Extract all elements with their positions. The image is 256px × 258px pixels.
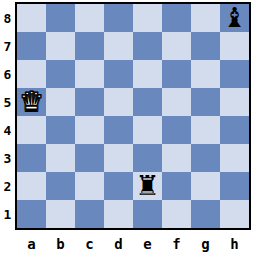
square-c2[interactable]	[75, 172, 104, 200]
square-h2[interactable]	[220, 172, 249, 200]
square-d2[interactable]	[104, 172, 133, 200]
square-b6[interactable]	[46, 60, 75, 88]
square-b3[interactable]	[46, 144, 75, 172]
square-b7[interactable]	[46, 32, 75, 60]
square-g3[interactable]	[191, 144, 220, 172]
square-a6[interactable]	[17, 60, 46, 88]
rank-label-7: 7	[0, 32, 15, 60]
square-b2[interactable]	[46, 172, 75, 200]
square-e3[interactable]	[133, 144, 162, 172]
square-h8[interactable]: ♝	[220, 4, 249, 32]
rank-label-8: 8	[0, 4, 15, 32]
square-h7[interactable]	[220, 32, 249, 60]
file-label-c: c	[75, 232, 104, 256]
file-label-a: a	[17, 232, 46, 256]
square-c5[interactable]	[75, 88, 104, 116]
square-h5[interactable]	[220, 88, 249, 116]
square-g6[interactable]	[191, 60, 220, 88]
square-g1[interactable]	[191, 200, 220, 228]
square-a1[interactable]	[17, 200, 46, 228]
square-f5[interactable]	[162, 88, 191, 116]
square-b8[interactable]	[46, 4, 75, 32]
rank-label-6: 6	[0, 60, 15, 88]
chess-board: ♝♛♜	[15, 2, 251, 230]
white-queen[interactable]: ♛	[19, 88, 43, 115]
square-e2[interactable]: ♜	[133, 172, 162, 200]
file-label-e: e	[133, 232, 162, 256]
rank-label-2: 2	[0, 172, 15, 200]
square-a3[interactable]	[17, 144, 46, 172]
square-b5[interactable]	[46, 88, 75, 116]
square-f8[interactable]	[162, 4, 191, 32]
square-c4[interactable]	[75, 116, 104, 144]
square-c7[interactable]	[75, 32, 104, 60]
square-a5[interactable]: ♛	[17, 88, 46, 116]
square-f1[interactable]	[162, 200, 191, 228]
square-g7[interactable]	[191, 32, 220, 60]
square-d3[interactable]	[104, 144, 133, 172]
square-e1[interactable]	[133, 200, 162, 228]
square-f4[interactable]	[162, 116, 191, 144]
square-h6[interactable]	[220, 60, 249, 88]
file-label-h: h	[220, 232, 249, 256]
rank-label-3: 3	[0, 144, 15, 172]
square-d8[interactable]	[104, 4, 133, 32]
square-g2[interactable]	[191, 172, 220, 200]
file-label-d: d	[104, 232, 133, 256]
rank-label-1: 1	[0, 200, 15, 228]
rank-label-5: 5	[0, 88, 15, 116]
square-e6[interactable]	[133, 60, 162, 88]
black-rook[interactable]: ♜	[135, 172, 159, 199]
square-e5[interactable]	[133, 88, 162, 116]
square-h1[interactable]	[220, 200, 249, 228]
square-d7[interactable]	[104, 32, 133, 60]
rank-label-4: 4	[0, 116, 15, 144]
square-c6[interactable]	[75, 60, 104, 88]
square-a2[interactable]	[17, 172, 46, 200]
black-bishop[interactable]: ♝	[222, 4, 246, 31]
square-c1[interactable]	[75, 200, 104, 228]
square-e7[interactable]	[133, 32, 162, 60]
rank-labels: 87654321	[0, 4, 15, 228]
file-labels: abcdefgh	[17, 232, 249, 256]
square-d5[interactable]	[104, 88, 133, 116]
square-b1[interactable]	[46, 200, 75, 228]
square-e4[interactable]	[133, 116, 162, 144]
square-f3[interactable]	[162, 144, 191, 172]
square-a7[interactable]	[17, 32, 46, 60]
square-g5[interactable]	[191, 88, 220, 116]
square-f2[interactable]	[162, 172, 191, 200]
file-label-b: b	[46, 232, 75, 256]
square-d1[interactable]	[104, 200, 133, 228]
square-c8[interactable]	[75, 4, 104, 32]
square-g4[interactable]	[191, 116, 220, 144]
square-h3[interactable]	[220, 144, 249, 172]
file-label-g: g	[191, 232, 220, 256]
square-a8[interactable]	[17, 4, 46, 32]
square-d4[interactable]	[104, 116, 133, 144]
square-f7[interactable]	[162, 32, 191, 60]
square-b4[interactable]	[46, 116, 75, 144]
file-label-f: f	[162, 232, 191, 256]
square-c3[interactable]	[75, 144, 104, 172]
square-f6[interactable]	[162, 60, 191, 88]
square-a4[interactable]	[17, 116, 46, 144]
square-e8[interactable]	[133, 4, 162, 32]
square-d6[interactable]	[104, 60, 133, 88]
square-g8[interactable]	[191, 4, 220, 32]
chess-diagram: 87654321 ♝♛♜ abcdefgh	[0, 0, 256, 258]
square-h4[interactable]	[220, 116, 249, 144]
